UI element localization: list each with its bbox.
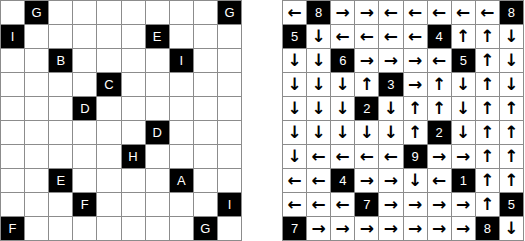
empty-cell[interactable] bbox=[170, 97, 193, 120]
letter: G bbox=[200, 222, 210, 235]
empty-cell[interactable] bbox=[170, 217, 193, 240]
arrow-left-icon: ← bbox=[408, 28, 422, 45]
arrow-down-icon: ↓ bbox=[287, 76, 301, 93]
letter-cell[interactable]: F bbox=[73, 193, 96, 216]
empty-cell[interactable] bbox=[49, 73, 72, 96]
arrow-cell[interactable]: ← bbox=[307, 193, 330, 216]
arrow-right-icon: → bbox=[456, 196, 470, 213]
empty-cell[interactable] bbox=[73, 49, 96, 72]
arrow-cell[interactable]: ↑ bbox=[428, 73, 451, 96]
clue-number: 5 bbox=[291, 30, 298, 43]
clue-cell[interactable]: 4 bbox=[331, 169, 354, 192]
arrow-right-icon: → bbox=[456, 220, 470, 237]
arrow-cell[interactable]: ← bbox=[428, 1, 451, 24]
clue-cell[interactable]: 1 bbox=[452, 169, 475, 192]
arrow-right-icon: → bbox=[432, 220, 446, 237]
arrow-left-icon: ← bbox=[287, 4, 301, 21]
puzzle-pair: GGIEBICDDHEAFIFG ←8→→←←←←←85↓←←←←4↑↑↓↓↓6… bbox=[0, 0, 525, 241]
empty-cell[interactable] bbox=[97, 25, 120, 48]
empty-cell[interactable] bbox=[194, 49, 217, 72]
arrow-up-icon: ↑ bbox=[432, 76, 446, 93]
arrow-right-icon: → bbox=[456, 148, 470, 165]
arrow-cell[interactable]: ← bbox=[283, 169, 306, 192]
empty-cell[interactable] bbox=[194, 1, 217, 24]
empty-cell[interactable] bbox=[218, 25, 241, 48]
arrow-cell[interactable]: ↓ bbox=[500, 217, 523, 240]
empty-cell[interactable] bbox=[97, 1, 120, 24]
arrow-cell[interactable]: ← bbox=[379, 25, 402, 48]
arrow-cell[interactable]: ↑ bbox=[500, 121, 523, 144]
arrow-cell[interactable]: ↑ bbox=[476, 25, 499, 48]
arrow-cell[interactable]: ↑ bbox=[500, 145, 523, 168]
empty-cell[interactable] bbox=[146, 193, 169, 216]
empty-cell[interactable] bbox=[122, 97, 145, 120]
arrow-cell[interactable]: → bbox=[428, 193, 451, 216]
arrow-left-icon: ← bbox=[384, 148, 398, 165]
empty-cell[interactable] bbox=[1, 193, 24, 216]
arrow-cell[interactable]: → bbox=[428, 145, 451, 168]
clue-cell[interactable]: 2 bbox=[428, 121, 451, 144]
arrow-cell[interactable]: ↓ bbox=[307, 49, 330, 72]
empty-cell[interactable] bbox=[146, 97, 169, 120]
clue-cell[interactable]: 3 bbox=[379, 73, 402, 96]
empty-cell[interactable] bbox=[73, 121, 96, 144]
arrow-left-icon: ← bbox=[384, 28, 398, 45]
arrow-up-icon: ↑ bbox=[408, 124, 422, 141]
letter: E bbox=[56, 174, 65, 187]
arrow-down-icon: ↓ bbox=[312, 124, 326, 141]
arrow-cell[interactable]: ↓ bbox=[500, 25, 523, 48]
arrow-up-icon: ↑ bbox=[480, 124, 494, 141]
empty-cell[interactable] bbox=[25, 193, 48, 216]
arrow-cell[interactable]: ↑ bbox=[500, 169, 523, 192]
arrow-right-icon: → bbox=[384, 52, 398, 69]
arrow-cell[interactable]: → bbox=[379, 49, 402, 72]
arrow-up-icon: ↑ bbox=[360, 76, 374, 93]
arrow-cell[interactable]: → bbox=[404, 217, 427, 240]
arrow-cell[interactable]: → bbox=[379, 217, 402, 240]
letter-cell[interactable]: D bbox=[73, 97, 96, 120]
letter: B bbox=[56, 54, 65, 67]
empty-cell[interactable] bbox=[194, 121, 217, 144]
empty-cell[interactable] bbox=[1, 49, 24, 72]
arrow-cell[interactable]: ↑ bbox=[404, 121, 427, 144]
arrow-cell[interactable]: → bbox=[404, 73, 427, 96]
empty-cell[interactable] bbox=[97, 49, 120, 72]
arrow-left-icon: ← bbox=[312, 148, 326, 165]
arrow-cell[interactable]: → bbox=[404, 49, 427, 72]
clue-cell[interactable]: 8 bbox=[307, 1, 330, 24]
arrow-left-icon: ← bbox=[456, 4, 470, 21]
arrow-down-icon: ↓ bbox=[384, 124, 398, 141]
clue-number: 5 bbox=[460, 54, 467, 67]
arrow-left-icon: ← bbox=[432, 4, 446, 21]
clue-cell[interactable]: 7 bbox=[355, 193, 378, 216]
empty-cell[interactable] bbox=[194, 25, 217, 48]
arrow-cell[interactable]: ↓ bbox=[452, 121, 475, 144]
empty-cell[interactable] bbox=[49, 97, 72, 120]
empty-cell[interactable] bbox=[49, 1, 72, 24]
arrow-cell[interactable]: ↓ bbox=[379, 121, 402, 144]
arrow-down-icon: ↓ bbox=[336, 124, 350, 141]
clue-cell[interactable]: 5 bbox=[283, 25, 306, 48]
empty-cell[interactable] bbox=[146, 1, 169, 24]
empty-cell[interactable] bbox=[97, 121, 120, 144]
empty-cell[interactable] bbox=[122, 193, 145, 216]
arrow-cell[interactable]: ↑ bbox=[476, 97, 499, 120]
arrow-cell[interactable]: ↓ bbox=[500, 73, 523, 96]
empty-cell[interactable] bbox=[1, 73, 24, 96]
arrow-cell[interactable]: ↓ bbox=[331, 73, 354, 96]
arrow-left-icon: ← bbox=[336, 148, 350, 165]
empty-cell[interactable] bbox=[194, 73, 217, 96]
clue-cell[interactable]: 8 bbox=[500, 1, 523, 24]
arrow-up-icon: ↑ bbox=[480, 76, 494, 93]
letter: F bbox=[81, 198, 89, 211]
clue-number: 8 bbox=[484, 222, 491, 235]
letter: F bbox=[9, 222, 17, 235]
arrow-cell[interactable]: ← bbox=[379, 145, 402, 168]
arrow-cell[interactable]: ← bbox=[476, 1, 499, 24]
letter: A bbox=[177, 174, 186, 187]
empty-cell[interactable] bbox=[25, 73, 48, 96]
letter-cell[interactable]: G bbox=[194, 217, 217, 240]
arrow-right-icon: → bbox=[360, 52, 374, 69]
letter: I bbox=[11, 30, 15, 43]
arrow-left-icon: ← bbox=[408, 4, 422, 21]
arrow-cell[interactable]: → bbox=[331, 1, 354, 24]
empty-cell[interactable] bbox=[170, 1, 193, 24]
arrow-down-icon: ↓ bbox=[360, 124, 374, 141]
letter: I bbox=[228, 198, 232, 211]
arrow-cell[interactable]: ↑ bbox=[476, 49, 499, 72]
arrow-cell[interactable]: ↓ bbox=[379, 97, 402, 120]
empty-cell[interactable] bbox=[25, 121, 48, 144]
arrow-cell[interactable]: → bbox=[379, 169, 402, 192]
letter-cell[interactable]: D bbox=[146, 121, 169, 144]
empty-cell[interactable] bbox=[122, 73, 145, 96]
empty-cell[interactable] bbox=[73, 73, 96, 96]
arrow-down-icon: ↓ bbox=[504, 28, 518, 45]
arrow-cell[interactable]: ← bbox=[307, 145, 330, 168]
empty-cell[interactable] bbox=[194, 145, 217, 168]
arrow-cell[interactable]: ↑ bbox=[476, 169, 499, 192]
clue-number: 7 bbox=[291, 222, 298, 235]
empty-cell[interactable] bbox=[218, 121, 241, 144]
arrow-right-icon: → bbox=[360, 4, 374, 21]
arrow-up-icon: ↑ bbox=[480, 196, 494, 213]
arrow-cell[interactable]: ↓ bbox=[452, 73, 475, 96]
arrow-cell[interactable]: ↓ bbox=[355, 121, 378, 144]
empty-cell[interactable] bbox=[1, 145, 24, 168]
arrow-cell[interactable]: ↑ bbox=[476, 145, 499, 168]
empty-cell[interactable] bbox=[170, 121, 193, 144]
empty-cell[interactable] bbox=[49, 145, 72, 168]
arrow-down-icon: ↓ bbox=[312, 52, 326, 69]
arrow-cell[interactable]: ↓ bbox=[283, 73, 306, 96]
arrow-cell[interactable]: ↓ bbox=[283, 97, 306, 120]
empty-cell[interactable] bbox=[218, 97, 241, 120]
clue-number: 4 bbox=[339, 174, 346, 187]
arrow-left-icon: ← bbox=[312, 172, 326, 189]
arrow-cell[interactable]: ↓ bbox=[283, 145, 306, 168]
arrow-cell[interactable]: → bbox=[404, 193, 427, 216]
arrow-cell[interactable]: ↓ bbox=[500, 49, 523, 72]
arrow-cell[interactable]: ↑ bbox=[355, 73, 378, 96]
arrow-maze-board: ←8→→←←←←←85↓←←←←4↑↑↓↓↓6→→→←5↑↓↓↓↓↑3→↑↓↑↓… bbox=[282, 0, 524, 241]
arrow-cell[interactable]: ← bbox=[355, 25, 378, 48]
arrow-cell[interactable]: ↓ bbox=[307, 25, 330, 48]
empty-cell[interactable] bbox=[97, 169, 120, 192]
arrow-cell[interactable]: ← bbox=[404, 25, 427, 48]
arrow-right-icon: → bbox=[384, 220, 398, 237]
arrow-right-icon: → bbox=[336, 220, 350, 237]
arrow-cell[interactable]: ← bbox=[452, 1, 475, 24]
arrow-cell[interactable]: ↓ bbox=[283, 121, 306, 144]
arrow-up-icon: ↑ bbox=[504, 124, 518, 141]
arrow-left-icon: ← bbox=[287, 196, 301, 213]
arrow-down-icon: ↓ bbox=[336, 76, 350, 93]
letter: I bbox=[179, 54, 183, 67]
arrow-cell[interactable]: ↓ bbox=[307, 73, 330, 96]
clue-cell[interactable]: 4 bbox=[428, 25, 451, 48]
arrow-down-icon: ↓ bbox=[312, 76, 326, 93]
arrow-cell[interactable]: → bbox=[452, 217, 475, 240]
empty-cell[interactable] bbox=[1, 1, 24, 24]
empty-cell[interactable] bbox=[146, 217, 169, 240]
empty-cell[interactable] bbox=[97, 217, 120, 240]
arrow-up-icon: ↑ bbox=[480, 52, 494, 69]
arrow-cell[interactable]: ↑ bbox=[404, 97, 427, 120]
empty-cell[interactable] bbox=[194, 169, 217, 192]
empty-cell[interactable] bbox=[49, 217, 72, 240]
empty-cell[interactable] bbox=[170, 193, 193, 216]
clue-cell[interactable]: 7 bbox=[283, 217, 306, 240]
letter: D bbox=[152, 126, 161, 139]
empty-cell[interactable] bbox=[1, 97, 24, 120]
clue-cell[interactable]: 5 bbox=[500, 193, 523, 216]
empty-cell[interactable] bbox=[25, 49, 48, 72]
arrow-right-icon: → bbox=[432, 148, 446, 165]
empty-cell[interactable] bbox=[49, 25, 72, 48]
empty-cell[interactable] bbox=[49, 121, 72, 144]
arrow-down-icon: ↓ bbox=[408, 172, 422, 189]
arrow-down-icon: ↓ bbox=[504, 52, 518, 69]
clue-number: 8 bbox=[315, 6, 322, 19]
letter: H bbox=[128, 150, 137, 163]
empty-cell[interactable] bbox=[25, 145, 48, 168]
arrow-cell[interactable]: → bbox=[355, 49, 378, 72]
empty-cell[interactable] bbox=[122, 121, 145, 144]
empty-cell[interactable] bbox=[73, 217, 96, 240]
arrow-cell[interactable]: ↓ bbox=[452, 97, 475, 120]
empty-cell[interactable] bbox=[73, 25, 96, 48]
clue-number: 2 bbox=[363, 102, 370, 115]
arrow-left-icon: ← bbox=[336, 28, 350, 45]
arrow-up-icon: ↑ bbox=[408, 100, 422, 117]
empty-cell[interactable] bbox=[49, 193, 72, 216]
arrow-cell[interactable]: ← bbox=[331, 193, 354, 216]
clue-number: 9 bbox=[411, 150, 418, 163]
arrow-right-icon: → bbox=[408, 196, 422, 213]
empty-cell[interactable] bbox=[73, 1, 96, 24]
arrow-cell[interactable]: ← bbox=[331, 25, 354, 48]
clue-cell[interactable]: 6 bbox=[331, 49, 354, 72]
arrow-cell[interactable]: ↓ bbox=[307, 97, 330, 120]
arrow-up-icon: ↑ bbox=[504, 148, 518, 165]
arrow-cell[interactable]: ↑ bbox=[476, 193, 499, 216]
arrow-cell[interactable]: → bbox=[452, 193, 475, 216]
arrow-right-icon: → bbox=[336, 4, 350, 21]
arrow-up-icon: ↑ bbox=[480, 100, 494, 117]
empty-cell[interactable] bbox=[122, 25, 145, 48]
arrow-cell[interactable]: ↓ bbox=[404, 169, 427, 192]
arrow-cell[interactable]: → bbox=[355, 169, 378, 192]
empty-cell[interactable] bbox=[25, 169, 48, 192]
letter-cell[interactable]: H bbox=[122, 145, 145, 168]
arrow-cell[interactable]: ↑ bbox=[500, 97, 523, 120]
empty-cell[interactable] bbox=[146, 49, 169, 72]
letter-cell[interactable]: I bbox=[1, 25, 24, 48]
empty-cell[interactable] bbox=[73, 145, 96, 168]
clue-number: 8 bbox=[508, 6, 515, 19]
empty-cell[interactable] bbox=[122, 217, 145, 240]
empty-cell[interactable] bbox=[194, 97, 217, 120]
arrow-left-icon: ← bbox=[312, 196, 326, 213]
clue-cell[interactable]: 2 bbox=[355, 97, 378, 120]
letter-cell[interactable]: E bbox=[49, 169, 72, 192]
empty-cell[interactable] bbox=[170, 145, 193, 168]
empty-cell[interactable] bbox=[218, 49, 241, 72]
empty-cell[interactable] bbox=[1, 169, 24, 192]
arrow-cell[interactable]: ↑ bbox=[476, 73, 499, 96]
empty-cell[interactable] bbox=[146, 73, 169, 96]
empty-cell[interactable] bbox=[122, 49, 145, 72]
arrow-down-icon: ↓ bbox=[456, 124, 470, 141]
arrow-down-icon: ↓ bbox=[456, 100, 470, 117]
empty-cell[interactable] bbox=[25, 25, 48, 48]
arrow-cell[interactable]: → bbox=[307, 217, 330, 240]
empty-cell[interactable] bbox=[1, 121, 24, 144]
letter-cell[interactable]: G bbox=[25, 1, 48, 24]
arrow-down-icon: ↓ bbox=[312, 100, 326, 117]
empty-cell[interactable] bbox=[218, 73, 241, 96]
arrow-cell[interactable]: ← bbox=[331, 145, 354, 168]
empty-cell[interactable] bbox=[170, 73, 193, 96]
arrow-cell[interactable]: ← bbox=[283, 193, 306, 216]
arrow-left-icon: ← bbox=[432, 52, 446, 69]
empty-cell[interactable] bbox=[218, 169, 241, 192]
arrow-cell[interactable]: → bbox=[452, 145, 475, 168]
empty-cell[interactable] bbox=[97, 97, 120, 120]
arrow-cell[interactable]: ← bbox=[379, 1, 402, 24]
arrow-cell[interactable]: ← bbox=[307, 169, 330, 192]
clue-number: 5 bbox=[508, 198, 515, 211]
empty-cell[interactable] bbox=[218, 145, 241, 168]
clue-number: 3 bbox=[387, 78, 394, 91]
empty-cell[interactable] bbox=[97, 193, 120, 216]
letter-cell[interactable]: E bbox=[146, 25, 169, 48]
arrow-cell[interactable]: ↓ bbox=[283, 49, 306, 72]
empty-cell[interactable] bbox=[97, 145, 120, 168]
letter-cell[interactable]: A bbox=[170, 169, 193, 192]
arrow-cell[interactable]: ↓ bbox=[331, 97, 354, 120]
arrow-down-icon: ↓ bbox=[287, 148, 301, 165]
empty-cell[interactable] bbox=[73, 169, 96, 192]
arrow-cell[interactable]: → bbox=[355, 217, 378, 240]
letter-cell[interactable]: I bbox=[170, 49, 193, 72]
arrow-cell[interactable]: ← bbox=[428, 169, 451, 192]
arrow-cell[interactable]: → bbox=[428, 217, 451, 240]
arrow-cell[interactable]: → bbox=[379, 193, 402, 216]
empty-cell[interactable] bbox=[194, 193, 217, 216]
arrow-right-icon: → bbox=[408, 52, 422, 69]
empty-cell[interactable] bbox=[122, 169, 145, 192]
arrow-down-icon: ↓ bbox=[287, 100, 301, 117]
letter: G bbox=[224, 6, 234, 19]
arrow-cell[interactable]: ↑ bbox=[428, 97, 451, 120]
arrow-down-icon: ↓ bbox=[456, 76, 470, 93]
empty-cell[interactable] bbox=[122, 1, 145, 24]
arrow-left-icon: ← bbox=[360, 28, 374, 45]
clue-number: 7 bbox=[363, 198, 370, 211]
arrow-cell[interactable]: ↑ bbox=[452, 25, 475, 48]
letter: D bbox=[80, 102, 89, 115]
arrow-cell[interactable]: → bbox=[331, 217, 354, 240]
empty-cell[interactable] bbox=[25, 97, 48, 120]
letter: G bbox=[32, 6, 42, 19]
letter-cell[interactable]: I bbox=[218, 193, 241, 216]
clue-cell[interactable]: 5 bbox=[452, 49, 475, 72]
arrow-right-icon: → bbox=[432, 196, 446, 213]
arrow-left-icon: ← bbox=[384, 4, 398, 21]
empty-cell[interactable] bbox=[25, 217, 48, 240]
empty-cell[interactable] bbox=[146, 169, 169, 192]
letter-cell[interactable]: F bbox=[1, 217, 24, 240]
empty-cell[interactable] bbox=[170, 25, 193, 48]
arrow-right-icon: → bbox=[408, 76, 422, 93]
arrow-down-icon: ↓ bbox=[336, 100, 350, 117]
arrow-cell[interactable]: ↓ bbox=[331, 121, 354, 144]
arrow-cell[interactable]: ↑ bbox=[476, 121, 499, 144]
clue-cell[interactable]: 8 bbox=[476, 217, 499, 240]
arrow-cell[interactable]: → bbox=[355, 1, 378, 24]
arrow-up-icon: ↑ bbox=[504, 172, 518, 189]
arrow-cell[interactable]: ← bbox=[283, 1, 306, 24]
arrow-cell[interactable]: ← bbox=[428, 49, 451, 72]
letter: E bbox=[153, 30, 162, 43]
arrow-up-icon: ↑ bbox=[480, 148, 494, 165]
arrow-up-icon: ↑ bbox=[504, 100, 518, 117]
arrow-left-icon: ← bbox=[480, 4, 494, 21]
arrow-down-icon: ↓ bbox=[312, 28, 326, 45]
letter-grid-board: GGIEBICDDHEAFIFG bbox=[0, 0, 242, 241]
arrow-right-icon: → bbox=[360, 172, 374, 189]
clue-cell[interactable]: 9 bbox=[404, 145, 427, 168]
empty-cell[interactable] bbox=[146, 145, 169, 168]
arrow-left-icon: ← bbox=[432, 172, 446, 189]
letter-cell[interactable]: G bbox=[218, 1, 241, 24]
letter-cell[interactable]: C bbox=[97, 73, 120, 96]
letter-cell[interactable]: B bbox=[49, 49, 72, 72]
arrow-cell[interactable]: ↓ bbox=[307, 121, 330, 144]
arrow-cell[interactable]: ← bbox=[404, 1, 427, 24]
arrow-up-icon: ↑ bbox=[480, 172, 494, 189]
empty-cell[interactable] bbox=[218, 217, 241, 240]
clue-number: 2 bbox=[436, 126, 443, 139]
arrow-down-icon: ↓ bbox=[287, 124, 301, 141]
arrow-cell[interactable]: ← bbox=[355, 145, 378, 168]
